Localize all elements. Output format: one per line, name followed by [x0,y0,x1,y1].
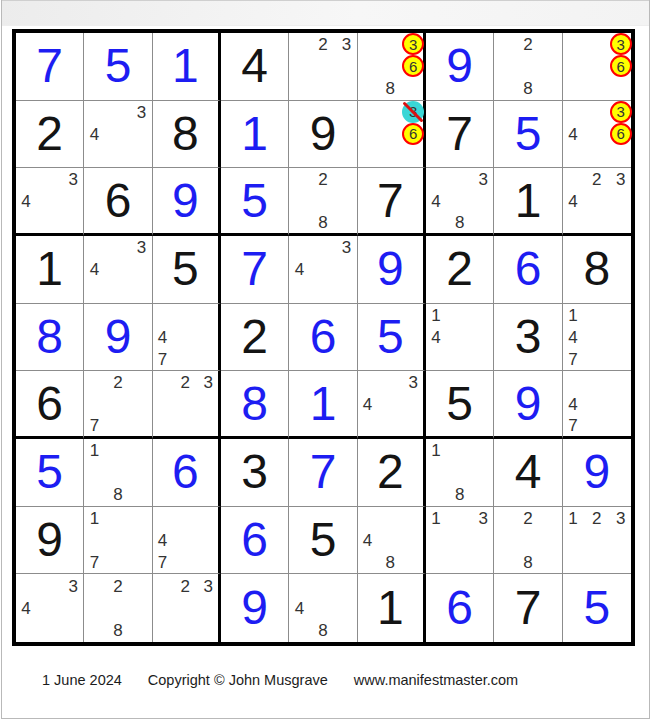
cell-r2c5[interactable]: 9 [289,101,357,169]
pencil-mark: 4 [568,125,577,142]
pencil-mark: 3 [408,374,417,391]
pencil-mark: 2 [318,36,327,53]
footer-copyright: Copyright © John Musgrave [148,672,328,688]
cell-r2c9[interactable]: 346 [563,101,631,169]
cell-r5c3[interactable]: 47 [153,304,221,372]
cell-r6c6[interactable]: 34 [358,371,426,439]
solved-digit: 1 [172,42,199,90]
given-digit: 6 [36,380,63,428]
cell-r4c9[interactable]: 8 [563,236,631,304]
solved-digit: 6 [172,448,199,496]
solved-digit: 6 [446,584,473,632]
pencil-mark: 7 [568,416,577,433]
pencil-mark: 3 [68,171,77,188]
pencil-mark: 4 [568,328,577,345]
pencil-mark: 8 [523,80,532,97]
pencil-mark: 7 [158,350,167,367]
solved-digit: 8 [36,313,63,361]
pencil-mark: 1 [431,509,440,526]
cell-r4c1[interactable]: 1 [16,236,84,304]
cell-r4c5[interactable]: 34 [289,236,357,304]
pencil-mark: 4 [158,531,167,548]
cell-r7c6[interactable]: 2 [358,439,426,507]
pencil-mark: 4 [568,395,577,412]
cell-r6c5[interactable]: 1 [289,371,357,439]
cell-r3c7[interactable]: 348 [426,168,494,236]
pencil-mark: 1 [431,442,440,459]
pencil-mark: 4 [295,600,304,617]
pencil-mark: 4 [90,261,99,278]
pencil-mark: 8 [113,622,122,639]
cell-r4c8[interactable]: 6 [494,236,562,304]
cell-r9c3[interactable]: 23 [153,574,221,642]
given-digit: 4 [241,42,268,90]
solved-digit: 5 [515,110,542,158]
cell-r2c1[interactable]: 2 [16,101,84,169]
cell-r9c7[interactable]: 6 [426,574,494,642]
footer-date: 1 June 2024 [42,672,122,688]
pencil-mark: 4 [568,192,577,209]
cell-r3c9[interactable]: 234 [563,168,631,236]
cell-r8c6[interactable]: 48 [358,507,426,575]
given-digit: 7 [446,110,473,158]
pencil-mark: 3 [203,577,212,594]
solved-digit: 8 [241,380,268,428]
cell-r9c9[interactable]: 5 [563,574,631,642]
pencil-mark: 1 [568,509,577,526]
pencil-mark-circled: 3 [610,101,632,123]
solved-digit: 9 [105,313,132,361]
pencil-mark: 2 [592,171,601,188]
sudoku-board: 7514233689283623481936753463469528734812… [12,29,635,646]
pencil-mark: 4 [21,192,30,209]
pencil-mark: 3 [203,374,212,391]
given-digit: 5 [310,516,337,564]
given-digit: 2 [241,313,268,361]
cell-r4c4[interactable]: 7 [221,236,289,304]
solved-digit: 9 [172,177,199,225]
solved-digit: 5 [105,42,132,90]
solved-digit: 5 [36,448,63,496]
window-top-bar [1,0,649,26]
cell-r3c1[interactable]: 34 [16,168,84,236]
pencil-mark: 3 [137,103,146,120]
pencil-mark: 1 [90,442,99,459]
pencil-mark-circled: 6 [610,55,632,77]
cell-r2c6[interactable]: 36 [358,101,426,169]
cell-r6c7[interactable]: 5 [426,371,494,439]
cell-r1c1[interactable]: 7 [16,33,84,101]
cell-r8c5[interactable]: 5 [289,507,357,575]
solved-digit: 9 [241,584,268,632]
cell-r8c3[interactable]: 47 [153,507,221,575]
solved-digit: 6 [310,313,337,361]
cell-r5c8[interactable]: 3 [494,304,562,372]
cell-r8c7[interactable]: 13 [426,507,494,575]
cell-r5c7[interactable]: 14 [426,304,494,372]
solved-digit: 7 [310,448,337,496]
pencil-mark: 1 [431,306,440,323]
pencil-mark: 3 [68,577,77,594]
cell-r1c4[interactable]: 4 [221,33,289,101]
given-digit: 9 [310,110,337,158]
given-digit: 8 [172,110,199,158]
pencil-mark: 2 [318,171,327,188]
cell-r7c1[interactable]: 5 [16,439,84,507]
pencil-mark: 8 [386,80,395,97]
pencil-mark: 4 [431,192,440,209]
cell-r4c3[interactable]: 5 [153,236,221,304]
solved-digit: 7 [241,245,268,293]
pencil-mark: 4 [363,531,372,548]
cell-r5c6[interactable]: 5 [358,304,426,372]
pencil-mark: 2 [523,36,532,53]
cell-r8c4[interactable]: 6 [221,507,289,575]
cell-r9c6[interactable]: 1 [358,574,426,642]
solved-digit: 1 [310,380,337,428]
cell-r9c2[interactable]: 28 [84,574,152,642]
pencil-mark-circled: 3 [610,33,632,55]
given-digit: 3 [241,448,268,496]
cell-r3c2[interactable]: 6 [84,168,152,236]
given-digit: 3 [515,313,542,361]
pencil-mark: 3 [616,171,625,188]
cell-r9c1[interactable]: 34 [16,574,84,642]
cell-r7c2[interactable]: 18 [84,439,152,507]
pencil-mark-circled: 3 [402,33,424,55]
cell-r7c3[interactable]: 6 [153,439,221,507]
given-digit: 5 [446,380,473,428]
pencil-mark: 3 [478,171,487,188]
pencil-mark: 2 [181,577,190,594]
cell-r5c2[interactable]: 9 [84,304,152,372]
cell-r8c1[interactable]: 9 [16,507,84,575]
given-digit: 5 [172,245,199,293]
footer: 1 June 2024Copyright © John Musgravewww.… [0,672,650,692]
cell-r8c9[interactable]: 123 [563,507,631,575]
given-digit: 8 [583,245,610,293]
cell-r1c5[interactable]: 23 [289,33,357,101]
pencil-mark-circled: 6 [402,55,424,77]
cell-r1c8[interactable]: 28 [494,33,562,101]
pencil-mark: 8 [523,553,532,570]
pencil-mark: 8 [455,213,464,230]
cell-r5c1[interactable]: 8 [16,304,84,372]
given-digit: 4 [515,448,542,496]
solved-digit: 5 [377,313,404,361]
given-digit: 7 [515,584,542,632]
pencil-mark: 3 [478,509,487,526]
solved-digit: 5 [583,584,610,632]
pencil-mark-circled: 6 [610,123,632,145]
cell-r2c4[interactable]: 1 [221,101,289,169]
pencil-mark: 3 [342,36,351,53]
cell-r7c4[interactable]: 3 [221,439,289,507]
cell-r6c8[interactable]: 9 [494,371,562,439]
given-digit: 2 [377,448,404,496]
cell-r7c9[interactable]: 9 [563,439,631,507]
footer-website[interactable]: www.manifestmaster.com [354,672,518,688]
solved-digit: 9 [377,245,404,293]
pencil-mark: 4 [21,600,30,617]
cell-r6c9[interactable]: 47 [563,371,631,439]
cell-r6c4[interactable]: 8 [221,371,289,439]
cell-r1c3[interactable]: 1 [153,33,221,101]
given-digit: 2 [446,245,473,293]
pencil-mark: 8 [318,213,327,230]
solved-digit: 6 [515,245,542,293]
given-digit: 1 [377,584,404,632]
pencil-mark: 7 [90,553,99,570]
given-digit: 2 [36,110,63,158]
solved-digit: 5 [241,177,268,225]
pencil-mark-eliminated: 3 [402,101,424,123]
cell-r9c8[interactable]: 7 [494,574,562,642]
given-digit: 9 [36,516,63,564]
cell-r3c8[interactable]: 1 [494,168,562,236]
given-digit: 1 [515,177,542,225]
cell-r7c8[interactable]: 4 [494,439,562,507]
pencil-mark: 4 [363,395,372,412]
cell-r3c5[interactable]: 28 [289,168,357,236]
cell-r5c9[interactable]: 147 [563,304,631,372]
pencil-mark: 4 [295,261,304,278]
pencil-mark: 8 [113,486,122,503]
cell-r8c2[interactable]: 17 [84,507,152,575]
pencil-mark: 1 [90,509,99,526]
solved-digit: 1 [241,110,268,158]
pencil-mark: 3 [342,239,351,256]
cell-r6c3[interactable]: 23 [153,371,221,439]
cell-r2c7[interactable]: 7 [426,101,494,169]
cell-r3c3[interactable]: 9 [153,168,221,236]
cell-r2c2[interactable]: 34 [84,101,152,169]
given-digit: 7 [377,177,404,225]
pencil-mark: 4 [431,328,440,345]
pencil-mark: 4 [90,125,99,142]
cell-r1c6[interactable]: 368 [358,33,426,101]
cell-r2c8[interactable]: 5 [494,101,562,169]
pencil-mark: 2 [181,374,190,391]
solved-digit: 9 [446,42,473,90]
solved-digit: 9 [515,380,542,428]
cell-r5c4[interactable]: 2 [221,304,289,372]
given-digit: 6 [105,177,132,225]
cell-r4c7[interactable]: 2 [426,236,494,304]
solved-digit: 6 [241,516,268,564]
cell-r2c3[interactable]: 8 [153,101,221,169]
cell-r6c1[interactable]: 6 [16,371,84,439]
cell-r9c5[interactable]: 48 [289,574,357,642]
cell-r4c6[interactable]: 9 [358,236,426,304]
cell-r1c9[interactable]: 36 [563,33,631,101]
pencil-mark: 3 [616,509,625,526]
solved-digit: 7 [36,42,63,90]
cell-r3c6[interactable]: 7 [358,168,426,236]
pencil-mark: 7 [568,350,577,367]
cell-r5c5[interactable]: 6 [289,304,357,372]
pencil-mark: 2 [523,509,532,526]
pencil-mark: 2 [113,374,122,391]
cell-r1c7[interactable]: 9 [426,33,494,101]
pencil-mark: 8 [318,622,327,639]
pencil-mark: 8 [455,486,464,503]
cell-r7c7[interactable]: 18 [426,439,494,507]
solved-digit: 9 [583,448,610,496]
pencil-mark: 4 [158,328,167,345]
pencil-mark-circled: 6 [402,123,424,145]
cell-r8c8[interactable]: 28 [494,507,562,575]
cell-r3c4[interactable]: 5 [221,168,289,236]
pencil-mark: 8 [386,553,395,570]
cell-r9c4[interactable]: 9 [221,574,289,642]
pencil-mark: 7 [158,553,167,570]
pencil-mark: 1 [568,306,577,323]
cell-r1c2[interactable]: 5 [84,33,152,101]
given-digit: 1 [36,245,63,293]
cell-r7c5[interactable]: 7 [289,439,357,507]
pencil-mark: 2 [592,509,601,526]
cell-r6c2[interactable]: 27 [84,371,152,439]
pencil-mark: 2 [113,577,122,594]
pencil-mark: 7 [90,416,99,433]
cell-r4c2[interactable]: 34 [84,236,152,304]
pencil-mark: 3 [137,239,146,256]
